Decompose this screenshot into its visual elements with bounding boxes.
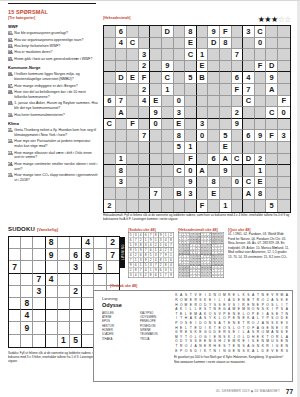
empty-cell[interactable]	[162, 107, 174, 119]
given-cell: 9	[150, 107, 162, 119]
empty-cell[interactable]	[278, 177, 290, 189]
empty-cell[interactable]	[197, 142, 209, 154]
empty-cell[interactable]	[220, 84, 232, 96]
empty-cell[interactable]	[220, 49, 232, 61]
given-cell: 6	[70, 249, 82, 261]
empty-cell[interactable]	[208, 119, 220, 131]
empty-cell[interactable]	[9, 237, 21, 249]
empty-cell[interactable]	[46, 310, 58, 322]
page-number: 77	[286, 388, 293, 395]
empty-cell[interactable]	[33, 322, 45, 334]
empty-cell[interactable]	[208, 142, 220, 154]
empty-cell[interactable]	[127, 154, 139, 166]
given-cell: B	[174, 188, 186, 200]
empty-cell[interactable]	[197, 26, 209, 38]
quiz-question: 09.1. januar slås Asker, Hurum og Røyken…	[8, 100, 98, 110]
given-cell: 1	[58, 335, 70, 347]
empty-cell[interactable]	[127, 200, 139, 212]
empty-cell[interactable]	[127, 107, 139, 119]
question-text: Hvor stor del av befolkningen bor i de 1…	[14, 89, 98, 99]
empty-cell[interactable]	[162, 38, 174, 50]
empty-cell[interactable]	[21, 335, 33, 347]
quiz-question: 03.Hva betyr forkortelsen WWF?	[8, 43, 98, 48]
empty-cell[interactable]	[197, 154, 209, 166]
empty-cell[interactable]	[243, 142, 255, 154]
solution-quiz-label-wrap: [Quiz uke 48]	[228, 227, 276, 232]
empty-cell[interactable]	[266, 26, 278, 38]
empty-cell[interactable]	[127, 26, 139, 38]
empty-cell[interactable]	[104, 154, 116, 166]
empty-cell[interactable]	[266, 177, 278, 189]
empty-cell[interactable]	[21, 274, 33, 286]
empty-cell[interactable]	[220, 177, 232, 189]
wordsearch-left: Løsning: Odysse AKILLESATENEEPOSHEKTORHO…	[102, 296, 174, 376]
hexadoku-label-wrap: [Heksadesimalt]	[103, 15, 183, 21]
empty-cell[interactable]	[139, 154, 151, 166]
empty-cell[interactable]	[266, 119, 278, 131]
empty-cell[interactable]	[185, 96, 197, 108]
empty-cell[interactable]	[150, 130, 162, 142]
empty-cell[interactable]	[174, 26, 186, 38]
empty-cell[interactable]	[116, 119, 128, 131]
empty-cell[interactable]	[208, 200, 220, 212]
empty-cell[interactable]	[58, 274, 70, 286]
empty-cell[interactable]	[58, 286, 70, 298]
given-cell: F	[220, 26, 232, 38]
empty-cell[interactable]	[278, 188, 290, 200]
empty-cell[interactable]	[162, 119, 174, 131]
empty-cell[interactable]	[162, 188, 174, 200]
wordsearch-word: TROJA	[140, 337, 174, 341]
given-cell: 5	[266, 200, 278, 212]
empty-cell[interactable]	[232, 188, 244, 200]
empty-cell[interactable]	[70, 310, 82, 322]
empty-cell[interactable]	[266, 142, 278, 154]
empty-cell[interactable]	[220, 107, 232, 119]
empty-cell[interactable]	[185, 107, 197, 119]
given-cell: E	[150, 96, 162, 108]
given-cell: S	[284, 348, 289, 353]
empty-cell[interactable]	[185, 200, 197, 212]
given-cell: 0	[278, 107, 290, 119]
empty-cell[interactable]	[278, 26, 290, 38]
empty-cell[interactable]	[9, 286, 21, 298]
empty-cell[interactable]	[33, 310, 45, 322]
empty-cell[interactable]	[243, 119, 255, 131]
wordsearch-solution-prefix: Løsning:	[102, 296, 174, 301]
empty-cell[interactable]	[139, 38, 151, 50]
given-cell: 9	[208, 26, 220, 38]
empty-cell[interactable]	[278, 49, 290, 61]
empty-cell[interactable]	[150, 72, 162, 84]
given-cell: 2	[107, 237, 119, 249]
given-cell: E	[197, 61, 209, 73]
empty-cell[interactable]	[104, 142, 116, 154]
given-cell: A	[197, 165, 209, 177]
empty-cell[interactable]	[255, 49, 267, 61]
empty-cell[interactable]	[104, 38, 116, 50]
question-number: 03.	[8, 43, 13, 48]
solution-sudoku-grid: 5346789126721953481983425678597614234268…	[128, 232, 174, 278]
given-cell: 7	[107, 249, 119, 261]
given-cell: F	[139, 72, 151, 84]
empty-cell[interactable]	[243, 200, 255, 212]
empty-cell[interactable]	[33, 261, 45, 273]
empty-cell[interactable]	[208, 72, 220, 84]
quiz-sections: WWF01.Når ble organisasjonen grunnlagt?0…	[8, 25, 98, 183]
empty-cell[interactable]	[58, 249, 70, 261]
given-cell: 2	[139, 61, 151, 73]
empty-cell[interactable]	[82, 261, 94, 273]
empty-cell[interactable]	[150, 84, 162, 96]
quiz-question: 13.Hvor mange elbusser skal være i drift…	[8, 150, 98, 160]
question-text: 1. januar slås Asker, Hurum og Røyken sa…	[14, 100, 98, 110]
empty-cell[interactable]	[174, 72, 186, 84]
empty-cell[interactable]	[94, 249, 106, 261]
given-cell: 7	[33, 274, 45, 286]
empty-cell[interactable]	[70, 237, 82, 249]
empty-cell[interactable]	[185, 119, 197, 131]
empty-cell[interactable]	[82, 274, 94, 286]
empty-cell[interactable]	[9, 310, 21, 322]
question-number: 09.	[8, 100, 13, 110]
empty-cell[interactable]	[197, 177, 209, 189]
given-cell: 9	[266, 72, 278, 84]
given-cell: 8	[21, 298, 33, 310]
empty-cell[interactable]	[150, 38, 162, 50]
empty-cell[interactable]	[9, 298, 21, 310]
empty-cell[interactable]	[174, 84, 186, 96]
empty-cell[interactable]	[266, 188, 278, 200]
given-cell: 4	[243, 72, 255, 84]
quiz-section-heading: Kommune-Norge	[8, 65, 98, 70]
empty-cell[interactable]	[127, 49, 139, 61]
empty-cell[interactable]	[150, 26, 162, 38]
empty-cell[interactable]	[232, 96, 244, 108]
empty-cell[interactable]	[127, 84, 139, 96]
empty-cell[interactable]	[255, 200, 267, 212]
given-cell: 8	[46, 237, 58, 249]
empty-cell[interactable]	[208, 130, 220, 142]
empty-cell[interactable]	[116, 84, 128, 96]
empty-cell[interactable]	[127, 165, 139, 177]
empty-cell[interactable]	[46, 286, 58, 298]
empty-cell[interactable]	[33, 335, 45, 347]
quiz-question: 01.Når ble organisasjonen grunnlagt?	[8, 31, 98, 36]
empty-cell[interactable]	[185, 84, 197, 96]
given-cell: 2	[104, 200, 116, 212]
given-cell: 7	[150, 188, 162, 200]
empty-cell[interactable]	[127, 188, 139, 200]
empty-cell[interactable]	[232, 165, 244, 177]
given-cell: F	[232, 84, 244, 96]
empty-cell[interactable]	[116, 130, 128, 142]
given-cell: 3	[70, 261, 82, 273]
question-text: Hva heter kommunalministeren?	[14, 112, 64, 117]
question-text: Hva er maskoten deres?	[14, 50, 52, 55]
solutions-strip-label: LØSNING	[121, 244, 125, 260]
given-cell: 8	[220, 38, 232, 50]
given-cell: 5	[220, 130, 232, 142]
empty-cell[interactable]	[46, 298, 58, 310]
empty-cell[interactable]	[21, 249, 33, 261]
empty-cell[interactable]	[116, 142, 128, 154]
hexadoku-note: Heksadesimalt: Fyll ut feltene slik at d…	[103, 213, 292, 221]
given-cell: 1	[162, 84, 174, 96]
empty-cell[interactable]	[116, 200, 128, 212]
quiz-answers: 01. I 1961. 02. Pandaen. 03. World Wide …	[228, 232, 291, 259]
empty-cell[interactable]	[46, 322, 58, 334]
solution-hexadoku-grid: 0123456789ABCDEF456789ABCDEF012389ABCDEF…	[178, 232, 224, 278]
empty-cell[interactable]	[162, 142, 174, 154]
empty-cell[interactable]	[255, 72, 267, 84]
empty-cell[interactable]	[208, 61, 220, 73]
empty-cell[interactable]	[278, 200, 290, 212]
given-cell: 2	[232, 107, 244, 119]
empty-cell[interactable]	[208, 84, 220, 96]
empty-cell[interactable]	[162, 200, 174, 212]
empty-cell[interactable]	[220, 119, 232, 131]
empty-cell[interactable]	[232, 61, 244, 73]
empty-cell[interactable]	[70, 274, 82, 286]
empty-cell[interactable]	[58, 310, 70, 322]
empty-cell[interactable]	[278, 154, 290, 166]
solutions-vertical-strip: LØSNING	[120, 237, 125, 268]
wordsearch-prize-text: Et gavekort på 500 kr hos Norli går til …	[174, 355, 286, 364]
empty-cell[interactable]	[46, 261, 58, 273]
quiz-section-heading: WWF	[8, 25, 98, 30]
empty-cell[interactable]	[70, 298, 82, 310]
empty-cell[interactable]	[33, 249, 45, 261]
empty-cell[interactable]	[278, 72, 290, 84]
empty-cell[interactable]	[116, 61, 128, 73]
given-cell: C	[255, 26, 267, 38]
empty-cell[interactable]	[278, 84, 290, 96]
empty-cell[interactable]	[107, 261, 119, 273]
quiz-question: 11.Greta Thunberg nektet å fly. Hvordan …	[8, 127, 98, 137]
given-cell: 0	[232, 177, 244, 189]
empty-cell[interactable]	[174, 154, 186, 166]
given-cell: 0	[150, 119, 162, 131]
empty-cell[interactable]	[208, 165, 220, 177]
empty-cell[interactable]	[220, 188, 232, 200]
page-right-edge	[297, 0, 300, 397]
given-cell: 9	[21, 322, 33, 334]
empty-cell[interactable]	[127, 61, 139, 73]
empty-cell[interactable]	[174, 49, 186, 61]
empty-cell[interactable]	[139, 200, 151, 212]
empty-cell[interactable]	[266, 49, 278, 61]
empty-cell[interactable]	[150, 49, 162, 61]
quiz-question: 10.Hva heter kommunalministeren?	[8, 112, 98, 117]
given-cell: 4	[21, 310, 33, 322]
given-cell: 6	[208, 154, 220, 166]
given-cell: 4	[116, 38, 128, 50]
empty-cell[interactable]	[33, 237, 45, 249]
empty-cell[interactable]	[162, 96, 174, 108]
empty-cell[interactable]	[104, 130, 116, 142]
empty-cell[interactable]	[220, 72, 232, 84]
empty-cell[interactable]	[243, 165, 255, 177]
empty-cell[interactable]	[46, 335, 58, 347]
empty-cell[interactable]	[255, 84, 267, 96]
empty-cell[interactable]	[162, 154, 174, 166]
given-cell: 7	[243, 84, 255, 96]
quiz-question: 04.Hva er maskoten deres?	[8, 50, 98, 55]
empty-cell[interactable]	[127, 142, 139, 154]
empty-cell[interactable]	[197, 107, 209, 119]
empty-cell[interactable]	[139, 107, 151, 119]
empty-cell[interactable]	[232, 38, 244, 50]
empty-cell[interactable]	[139, 177, 151, 189]
empty-cell[interactable]	[21, 286, 33, 298]
hexadoku-grid: 6D89F3C4CED803C1729EFDDEFC5B64921F7A674E…	[103, 25, 291, 213]
empty-cell[interactable]	[208, 107, 220, 119]
given-cell: 8	[174, 130, 186, 142]
empty-cell[interactable]	[220, 96, 232, 108]
given-cell: E	[127, 72, 139, 84]
question-number: 01.	[8, 31, 13, 36]
empty-cell[interactable]	[94, 237, 106, 249]
empty-cell[interactable]	[278, 61, 290, 73]
empty-cell[interactable]	[104, 84, 116, 96]
solution-hex-label: [Heksadesimalt uke 48]	[178, 227, 226, 232]
empty-cell[interactable]	[150, 61, 162, 73]
empty-cell[interactable]	[150, 177, 162, 189]
given-cell: 9	[220, 165, 232, 177]
empty-cell[interactable]	[116, 188, 128, 200]
empty-cell[interactable]	[104, 49, 116, 61]
given-cell: 3	[174, 107, 186, 119]
given-cell: C	[232, 154, 244, 166]
empty-cell[interactable]	[33, 298, 45, 310]
empty-cell[interactable]	[232, 142, 244, 154]
empty-cell[interactable]	[185, 130, 197, 142]
empty-cell[interactable]	[150, 142, 162, 154]
given-cell: 3	[33, 286, 45, 298]
empty-cell[interactable]	[197, 96, 209, 108]
given-cell: 6	[243, 130, 255, 142]
empty-cell[interactable]	[139, 26, 151, 38]
empty-cell[interactable]	[104, 177, 116, 189]
empty-cell[interactable]	[278, 142, 290, 154]
empty-cell[interactable]	[266, 38, 278, 50]
empty-cell[interactable]	[116, 49, 128, 61]
given-cell: 8	[185, 26, 197, 38]
empty-cell[interactable]	[58, 261, 70, 273]
given-cell: C	[104, 119, 116, 131]
empty-cell[interactable]	[255, 119, 267, 131]
empty-cell[interactable]	[58, 298, 70, 310]
empty-cell[interactable]	[197, 84, 209, 96]
empty-cell[interactable]	[232, 130, 244, 142]
question-number: 11.	[8, 127, 13, 137]
empty-cell[interactable]	[278, 38, 290, 50]
empty-cell[interactable]	[104, 188, 116, 200]
empty-cell[interactable]	[208, 96, 220, 108]
empty-cell[interactable]	[232, 200, 244, 212]
empty-cell[interactable]	[150, 200, 162, 212]
empty-cell[interactable]	[243, 61, 255, 73]
empty-cell[interactable]	[139, 119, 151, 131]
stars-empty: ☆☆	[278, 15, 291, 24]
empty-cell[interactable]	[21, 261, 33, 273]
empty-cell[interactable]	[127, 130, 139, 142]
empty-cell[interactable]	[139, 142, 151, 154]
empty-cell[interactable]	[58, 237, 70, 249]
empty-cell[interactable]	[58, 322, 70, 334]
empty-cell[interactable]	[232, 26, 244, 38]
empty-cell[interactable]	[150, 154, 162, 166]
empty-cell[interactable]	[174, 38, 186, 50]
empty-cell[interactable]	[243, 107, 255, 119]
empty-cell[interactable]	[127, 177, 139, 189]
empty-cell[interactable]	[185, 61, 197, 73]
empty-cell[interactable]	[104, 107, 116, 119]
empty-cell[interactable]	[255, 96, 267, 108]
empty-cell[interactable]	[278, 165, 290, 177]
empty-cell[interactable]	[197, 188, 209, 200]
empty-cell[interactable]	[243, 38, 255, 50]
empty-cell[interactable]	[9, 322, 21, 334]
quiz-top-rule	[8, 3, 96, 5]
empty-cell[interactable]	[162, 165, 174, 177]
empty-cell[interactable]	[70, 322, 82, 334]
empty-cell[interactable]	[255, 142, 267, 154]
empty-cell[interactable]	[174, 61, 186, 73]
empty-cell[interactable]	[94, 274, 106, 286]
empty-cell[interactable]	[150, 165, 162, 177]
empty-cell[interactable]	[266, 165, 278, 177]
empty-cell[interactable]	[174, 177, 186, 189]
empty-cell[interactable]	[162, 49, 174, 61]
empty-cell[interactable]	[174, 200, 186, 212]
empty-cell[interactable]	[104, 61, 116, 73]
empty-cell[interactable]	[21, 237, 33, 249]
empty-cell[interactable]	[139, 188, 151, 200]
empty-cell[interactable]	[162, 130, 174, 142]
empty-cell[interactable]	[255, 107, 267, 119]
empty-cell[interactable]	[243, 49, 255, 61]
empty-cell[interactable]	[139, 165, 151, 177]
empty-cell[interactable]	[278, 119, 290, 131]
empty-cell[interactable]	[197, 38, 209, 50]
wordsearch-grid-wrap: KASTVEIDNOMRELKSATNEVRMAROMERSKEILIADENB…	[174, 293, 290, 354]
empty-cell[interactable]	[9, 249, 21, 261]
empty-cell[interactable]	[9, 335, 21, 347]
question-number: 08.	[8, 89, 13, 99]
empty-cell[interactable]	[104, 165, 116, 177]
empty-cell[interactable]	[266, 96, 278, 108]
given-cell: 0	[197, 130, 209, 142]
empty-cell[interactable]	[220, 61, 232, 73]
empty-cell[interactable]	[104, 72, 116, 84]
given-cell: 3	[116, 177, 128, 189]
quiz-title: 15 SPØRSMÅL	[8, 9, 98, 15]
given-cell: E	[208, 188, 220, 200]
given-cell: C	[266, 107, 278, 119]
given-cell: 3	[243, 26, 255, 38]
solution-sudoku-label: [Sudoku uke 48]	[128, 227, 176, 232]
question-text: Greta Thunberg nektet å fly. Hvordan kom…	[14, 127, 98, 137]
empty-cell[interactable]	[127, 96, 139, 108]
empty-cell[interactable]	[208, 49, 220, 61]
empty-cell[interactable]	[9, 274, 21, 286]
given-cell: 5	[70, 335, 82, 347]
empty-cell[interactable]	[104, 26, 116, 38]
empty-cell[interactable]	[266, 154, 278, 166]
empty-cell[interactable]	[162, 177, 174, 189]
